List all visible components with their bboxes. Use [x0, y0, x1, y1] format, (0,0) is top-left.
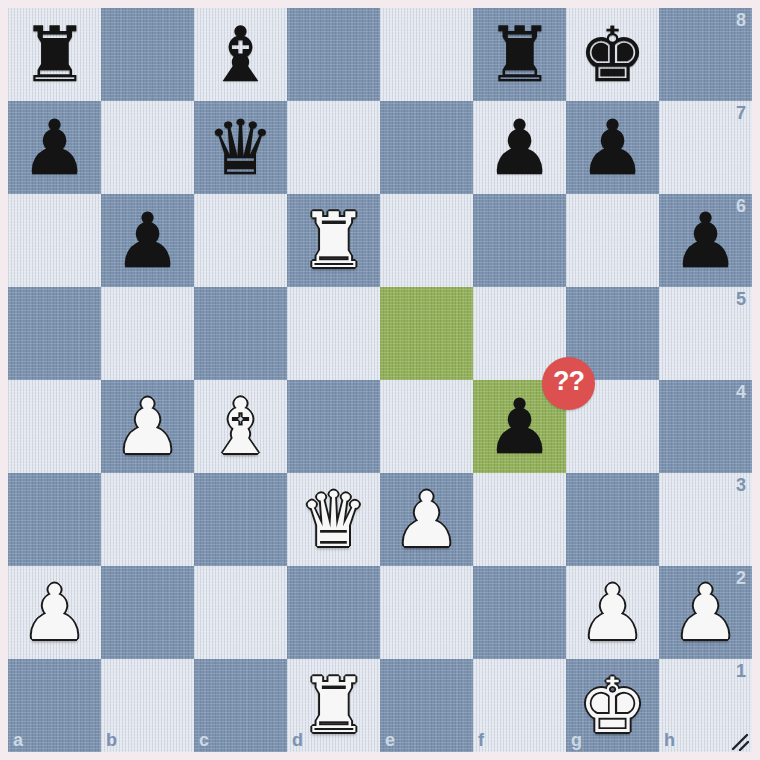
square-b4[interactable]: ♟ — [101, 380, 194, 473]
square-a5[interactable] — [8, 287, 101, 380]
square-f6[interactable] — [473, 194, 566, 287]
square-c5[interactable] — [194, 287, 287, 380]
white-pawn-g2[interactable]: ♟ — [566, 566, 659, 659]
square-d4[interactable] — [287, 380, 380, 473]
white-rook-d1[interactable]: ♜ — [287, 659, 380, 752]
white-rook-d6[interactable]: ♜ — [287, 194, 380, 287]
square-a3[interactable] — [8, 473, 101, 566]
file-label-e: e — [385, 730, 395, 751]
white-pawn-h2[interactable]: ♟ — [659, 566, 752, 659]
board-resize-handle-icon[interactable] — [731, 733, 749, 751]
square-f7[interactable]: ♟ — [473, 101, 566, 194]
white-pawn-a2[interactable]: ♟ — [8, 566, 101, 659]
square-b7[interactable] — [101, 101, 194, 194]
file-label-a: a — [13, 730, 23, 751]
square-c7[interactable]: ♛ — [194, 101, 287, 194]
square-g6[interactable] — [566, 194, 659, 287]
black-queen-c7[interactable]: ♛ — [194, 101, 287, 194]
square-b5[interactable] — [101, 287, 194, 380]
square-e8[interactable] — [380, 8, 473, 101]
square-g2[interactable]: ♟ — [566, 566, 659, 659]
square-g3[interactable] — [566, 473, 659, 566]
square-d1[interactable]: d♜ — [287, 659, 380, 752]
square-a6[interactable] — [8, 194, 101, 287]
file-label-h: h — [664, 730, 675, 751]
square-c2[interactable] — [194, 566, 287, 659]
square-e6[interactable] — [380, 194, 473, 287]
white-pawn-e3[interactable]: ♟ — [380, 473, 473, 566]
rank-label-5: 5 — [736, 289, 746, 310]
rank-label-1: 1 — [736, 661, 746, 682]
black-pawn-h6[interactable]: ♟ — [659, 194, 752, 287]
square-e3[interactable]: ♟ — [380, 473, 473, 566]
square-h4[interactable]: 4 — [659, 380, 752, 473]
square-f1[interactable]: f — [473, 659, 566, 752]
square-c3[interactable] — [194, 473, 287, 566]
rank-label-8: 8 — [736, 10, 746, 31]
white-king-g1[interactable]: ♚ — [566, 659, 659, 752]
square-h5[interactable]: 5 — [659, 287, 752, 380]
rank-label-4: 4 — [736, 382, 746, 403]
square-h3[interactable]: 3 — [659, 473, 752, 566]
square-b3[interactable] — [101, 473, 194, 566]
square-e4[interactable] — [380, 380, 473, 473]
black-pawn-f7[interactable]: ♟ — [473, 101, 566, 194]
square-d8[interactable] — [287, 8, 380, 101]
square-c1[interactable]: c — [194, 659, 287, 752]
chess-board: ♜♝♜♚8♟♛♟♟7♟♜6♟5♟♝♟4♛♟3♟♟2♟abcd♜efg♚h1 — [8, 8, 752, 752]
square-c4[interactable]: ♝ — [194, 380, 287, 473]
square-b1[interactable]: b — [101, 659, 194, 752]
white-pawn-b4[interactable]: ♟ — [101, 380, 194, 473]
square-g7[interactable]: ♟ — [566, 101, 659, 194]
square-c6[interactable] — [194, 194, 287, 287]
file-label-f: f — [478, 730, 484, 751]
square-h6[interactable]: 6♟ — [659, 194, 752, 287]
square-a1[interactable]: a — [8, 659, 101, 752]
black-bishop-c8[interactable]: ♝ — [194, 8, 287, 101]
rank-label-3: 3 — [736, 475, 746, 496]
square-a8[interactable]: ♜ — [8, 8, 101, 101]
square-d3[interactable]: ♛ — [287, 473, 380, 566]
square-h2[interactable]: 2♟ — [659, 566, 752, 659]
square-g1[interactable]: g♚ — [566, 659, 659, 752]
square-c8[interactable]: ♝ — [194, 8, 287, 101]
square-e2[interactable] — [380, 566, 473, 659]
chess-board-frame: ♜♝♜♚8♟♛♟♟7♟♜6♟5♟♝♟4♛♟3♟♟2♟abcd♜efg♚h1 ?? — [0, 0, 760, 760]
square-h7[interactable]: 7 — [659, 101, 752, 194]
square-a4[interactable] — [8, 380, 101, 473]
black-pawn-g7[interactable]: ♟ — [566, 101, 659, 194]
square-d5[interactable] — [287, 287, 380, 380]
square-d7[interactable] — [287, 101, 380, 194]
square-f3[interactable] — [473, 473, 566, 566]
white-queen-d3[interactable]: ♛ — [287, 473, 380, 566]
square-d2[interactable] — [287, 566, 380, 659]
black-king-g8[interactable]: ♚ — [566, 8, 659, 101]
square-f8[interactable]: ♜ — [473, 8, 566, 101]
square-a7[interactable]: ♟ — [8, 101, 101, 194]
black-rook-f8[interactable]: ♜ — [473, 8, 566, 101]
square-f2[interactable] — [473, 566, 566, 659]
square-e1[interactable]: e — [380, 659, 473, 752]
file-label-b: b — [106, 730, 117, 751]
square-b8[interactable] — [101, 8, 194, 101]
rank-label-7: 7 — [736, 103, 746, 124]
square-e5[interactable] — [380, 287, 473, 380]
black-pawn-b6[interactable]: ♟ — [101, 194, 194, 287]
square-b6[interactable]: ♟ — [101, 194, 194, 287]
square-a2[interactable]: ♟ — [8, 566, 101, 659]
file-label-c: c — [199, 730, 209, 751]
square-b2[interactable] — [101, 566, 194, 659]
blunder-annotation-badge: ?? — [542, 357, 595, 410]
black-rook-a8[interactable]: ♜ — [8, 8, 101, 101]
white-bishop-c4[interactable]: ♝ — [194, 380, 287, 473]
square-e7[interactable] — [380, 101, 473, 194]
square-d6[interactable]: ♜ — [287, 194, 380, 287]
black-pawn-a7[interactable]: ♟ — [8, 101, 101, 194]
square-h8[interactable]: 8 — [659, 8, 752, 101]
square-g8[interactable]: ♚ — [566, 8, 659, 101]
